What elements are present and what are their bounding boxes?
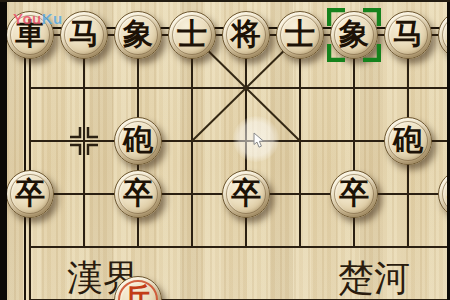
watermark-youku: YouKu [13,10,63,27]
board-cell [247,248,301,300]
river-label-right: 楚河 [338,258,423,298]
piece-black-elephant[interactable]: 象 [114,11,162,59]
watermark-part2: Ku [42,10,63,27]
piece-glyph: 士 [169,11,215,57]
board-cell [301,89,355,142]
piece-glyph: 兵 [115,276,161,300]
piece-glyph: 象 [331,11,377,57]
piece-glyph: 卒 [223,170,269,216]
piece-black-cannon[interactable]: 砲 [114,117,162,165]
piece-black-soldier[interactable]: 卒 [6,170,54,218]
piece-black-advisor[interactable]: 士 [276,11,324,59]
piece-red-soldier[interactable]: 兵 [114,276,162,300]
piece-glyph: 卒 [7,170,53,216]
piece-glyph: 卒 [331,170,377,216]
piece-black-soldier[interactable]: 卒 [114,170,162,218]
letterbox-top-bar [0,0,450,2]
board-cell [31,89,85,142]
piece-glyph: 士 [277,11,323,57]
piece-black-horse[interactable]: 马 [384,11,432,59]
mouse-cursor-icon [253,132,266,149]
piece-black-general[interactable]: 将 [222,11,270,59]
piece-black-soldier[interactable]: 卒 [222,170,270,218]
piece-black-cannon[interactable]: 砲 [384,117,432,165]
piece-glyph: 砲 [385,117,431,163]
board-cell [193,248,247,300]
piece-glyph: 将 [223,11,269,57]
piece-glyph: 马 [385,11,431,57]
piece-black-advisor[interactable]: 士 [168,11,216,59]
piece-glyph: 卒 [115,170,161,216]
video-frame: 漢界 楚河 車马象士将士象马車砲砲卒卒卒卒卒兵 YouKu [0,0,450,300]
piece-glyph: 象 [115,11,161,57]
piece-black-soldier[interactable]: 卒 [330,170,378,218]
piece-black-horse[interactable]: 马 [60,11,108,59]
letterbox-left-bar [0,0,7,300]
piece-glyph: 砲 [115,117,161,163]
piece-black-elephant[interactable]: 象 [330,11,378,59]
piece-glyph: 马 [61,11,107,57]
watermark-part1: You [13,10,42,27]
river-char: 楚河 [338,260,410,296]
